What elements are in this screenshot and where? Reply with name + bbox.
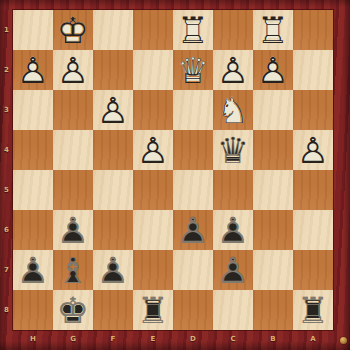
square-b4[interactable] [253, 130, 293, 170]
white-pawn-piece[interactable]: ♟♙ [253, 50, 293, 90]
rank-label-1: 1 [0, 10, 13, 50]
square-c6[interactable]: ♟♙ [213, 210, 253, 250]
square-h8[interactable] [13, 290, 53, 330]
square-a6[interactable] [293, 210, 333, 250]
square-f7[interactable]: ♟♙ [93, 250, 133, 290]
piece-glyph-fill: ♟ [213, 50, 253, 90]
rank-label-7: 7 [0, 250, 13, 290]
corner-screw-icon [340, 337, 347, 344]
square-e3[interactable] [133, 90, 173, 130]
piece-glyph-outline: ♕ [213, 130, 253, 170]
square-f6[interactable] [93, 210, 133, 250]
rank-label-2: 2 [0, 50, 13, 90]
piece-glyph-fill: ♟ [13, 50, 53, 90]
square-f4[interactable] [93, 130, 133, 170]
file-label-e: E [133, 332, 173, 347]
square-e6[interactable] [133, 210, 173, 250]
file-label-f: F [93, 332, 133, 347]
square-c1[interactable] [213, 10, 253, 50]
black-pawn-piece[interactable]: ♟♙ [213, 210, 253, 250]
piece-glyph-fill: ♟ [213, 210, 253, 250]
file-label-b: B [253, 332, 293, 347]
piece-glyph-outline: ♔ [53, 290, 93, 330]
piece-glyph-outline: ♗ [53, 250, 93, 290]
piece-glyph-fill: ♟ [213, 250, 253, 290]
square-c3[interactable]: ♞♘ [213, 90, 253, 130]
piece-glyph-fill: ♝ [53, 250, 93, 290]
chess-board-frame: ♚♔♜♖♜♖♟♙♟♙♛♕♟♙♟♙♟♙♞♘♟♙♛♕♟♙♟♙♟♙♟♙♟♙♝♗♟♙♟♙… [0, 0, 350, 350]
piece-glyph-outline: ♙ [173, 210, 213, 250]
square-g4[interactable] [53, 130, 93, 170]
piece-glyph-outline: ♙ [13, 250, 53, 290]
piece-glyph-fill: ♟ [93, 90, 133, 130]
piece-glyph-outline: ♕ [173, 50, 213, 90]
rank-label-6: 6 [0, 210, 13, 250]
white-rook-piece[interactable]: ♜♖ [253, 10, 293, 50]
square-e8[interactable]: ♜♖ [133, 290, 173, 330]
piece-glyph-outline: ♙ [93, 250, 133, 290]
piece-glyph-outline: ♙ [213, 210, 253, 250]
piece-glyph-outline: ♙ [93, 90, 133, 130]
piece-glyph-outline: ♙ [213, 250, 253, 290]
square-d1[interactable]: ♜♖ [173, 10, 213, 50]
square-c4[interactable]: ♛♕ [213, 130, 253, 170]
square-a8[interactable]: ♜♖ [293, 290, 333, 330]
square-a2[interactable] [293, 50, 333, 90]
square-c5[interactable] [213, 170, 253, 210]
rank-label-4: 4 [0, 130, 13, 170]
square-b1[interactable]: ♜♖ [253, 10, 293, 50]
square-c8[interactable] [213, 290, 253, 330]
piece-glyph-fill: ♟ [93, 250, 133, 290]
white-knight-piece[interactable]: ♞♘ [213, 90, 253, 130]
rank-label-8: 8 [0, 290, 13, 330]
piece-glyph-fill: ♛ [173, 50, 213, 90]
white-pawn-piece[interactable]: ♟♙ [293, 130, 333, 170]
square-h3[interactable] [13, 90, 53, 130]
square-d4[interactable] [173, 130, 213, 170]
square-g3[interactable] [53, 90, 93, 130]
chess-board: ♚♔♜♖♜♖♟♙♟♙♛♕♟♙♟♙♟♙♞♘♟♙♛♕♟♙♟♙♟♙♟♙♟♙♝♗♟♙♟♙… [13, 10, 333, 330]
piece-glyph-fill: ♟ [173, 210, 213, 250]
piece-glyph-outline: ♙ [213, 50, 253, 90]
white-pawn-piece[interactable]: ♟♙ [13, 50, 53, 90]
piece-glyph-outline: ♙ [13, 50, 53, 90]
square-h1[interactable] [13, 10, 53, 50]
white-rook-piece[interactable]: ♜♖ [173, 10, 213, 50]
file-label-c: C [213, 332, 253, 347]
square-e4[interactable]: ♟♙ [133, 130, 173, 170]
square-h5[interactable] [13, 170, 53, 210]
white-pawn-piece[interactable]: ♟♙ [53, 50, 93, 90]
piece-glyph-fill: ♜ [133, 290, 173, 330]
square-b8[interactable] [253, 290, 293, 330]
piece-glyph-fill: ♚ [53, 10, 93, 50]
piece-glyph-outline: ♖ [133, 290, 173, 330]
square-g1[interactable]: ♚♔ [53, 10, 93, 50]
square-f2[interactable] [93, 50, 133, 90]
square-f5[interactable] [93, 170, 133, 210]
square-d2[interactable]: ♛♕ [173, 50, 213, 90]
square-d5[interactable] [173, 170, 213, 210]
square-d8[interactable] [173, 290, 213, 330]
piece-glyph-outline: ♔ [53, 10, 93, 50]
black-queen-piece[interactable]: ♛♕ [213, 130, 253, 170]
square-a7[interactable] [293, 250, 333, 290]
piece-glyph-outline: ♙ [53, 210, 93, 250]
square-f1[interactable] [93, 10, 133, 50]
square-a5[interactable] [293, 170, 333, 210]
black-pawn-piece[interactable]: ♟♙ [53, 210, 93, 250]
square-g5[interactable] [53, 170, 93, 210]
piece-glyph-outline: ♖ [293, 290, 333, 330]
square-g2[interactable]: ♟♙ [53, 50, 93, 90]
piece-glyph-outline: ♘ [213, 90, 253, 130]
square-h6[interactable] [13, 210, 53, 250]
square-d3[interactable] [173, 90, 213, 130]
black-pawn-piece[interactable]: ♟♙ [213, 250, 253, 290]
square-e7[interactable] [133, 250, 173, 290]
piece-glyph-fill: ♜ [253, 10, 293, 50]
white-pawn-piece[interactable]: ♟♙ [133, 130, 173, 170]
square-h2[interactable]: ♟♙ [13, 50, 53, 90]
square-g7[interactable]: ♝♗ [53, 250, 93, 290]
piece-glyph-outline: ♙ [253, 50, 293, 90]
rank-label-3: 3 [0, 90, 13, 130]
white-king-piece[interactable]: ♚♔ [53, 10, 93, 50]
square-b7[interactable] [253, 250, 293, 290]
piece-glyph-fill: ♟ [293, 130, 333, 170]
file-label-d: D [173, 332, 213, 347]
white-pawn-piece[interactable]: ♟♙ [93, 90, 133, 130]
square-g8[interactable]: ♚♔ [53, 290, 93, 330]
black-pawn-piece[interactable]: ♟♙ [93, 250, 133, 290]
square-e5[interactable] [133, 170, 173, 210]
square-c2[interactable]: ♟♙ [213, 50, 253, 90]
piece-glyph-outline: ♙ [133, 130, 173, 170]
piece-glyph-outline: ♖ [253, 10, 293, 50]
piece-glyph-fill: ♟ [53, 50, 93, 90]
file-label-h: H [13, 332, 53, 347]
piece-glyph-fill: ♞ [213, 90, 253, 130]
piece-glyph-fill: ♟ [13, 250, 53, 290]
black-pawn-piece[interactable]: ♟♙ [13, 250, 53, 290]
piece-glyph-fill: ♜ [293, 290, 333, 330]
square-e2[interactable] [133, 50, 173, 90]
piece-glyph-outline: ♙ [293, 130, 333, 170]
white-pawn-piece[interactable]: ♟♙ [213, 50, 253, 90]
square-h7[interactable]: ♟♙ [13, 250, 53, 290]
square-d7[interactable] [173, 250, 213, 290]
square-b6[interactable] [253, 210, 293, 250]
piece-glyph-fill: ♟ [53, 210, 93, 250]
piece-glyph-outline: ♖ [173, 10, 213, 50]
piece-glyph-fill: ♟ [133, 130, 173, 170]
square-f3[interactable]: ♟♙ [93, 90, 133, 130]
black-rook-piece[interactable]: ♜♖ [293, 290, 333, 330]
square-e1[interactable] [133, 10, 173, 50]
square-h4[interactable] [13, 130, 53, 170]
black-bishop-piece[interactable]: ♝♗ [53, 250, 93, 290]
piece-glyph-fill: ♟ [253, 50, 293, 90]
square-a3[interactable] [293, 90, 333, 130]
square-f8[interactable] [93, 290, 133, 330]
square-b2[interactable]: ♟♙ [253, 50, 293, 90]
piece-glyph-fill: ♚ [53, 290, 93, 330]
piece-glyph-fill: ♛ [213, 130, 253, 170]
black-rook-piece[interactable]: ♜♖ [133, 290, 173, 330]
square-a1[interactable] [293, 10, 333, 50]
file-label-a: A [293, 332, 333, 347]
square-d6[interactable]: ♟♙ [173, 210, 213, 250]
square-b3[interactable] [253, 90, 293, 130]
black-pawn-piece[interactable]: ♟♙ [173, 210, 213, 250]
rank-label-5: 5 [0, 170, 13, 210]
white-queen-piece[interactable]: ♛♕ [173, 50, 213, 90]
piece-glyph-fill: ♜ [173, 10, 213, 50]
square-b5[interactable] [253, 170, 293, 210]
file-label-g: G [53, 332, 93, 347]
black-king-piece[interactable]: ♚♔ [53, 290, 93, 330]
piece-glyph-outline: ♙ [53, 50, 93, 90]
square-g6[interactable]: ♟♙ [53, 210, 93, 250]
square-c7[interactable]: ♟♙ [213, 250, 253, 290]
square-a4[interactable]: ♟♙ [293, 130, 333, 170]
